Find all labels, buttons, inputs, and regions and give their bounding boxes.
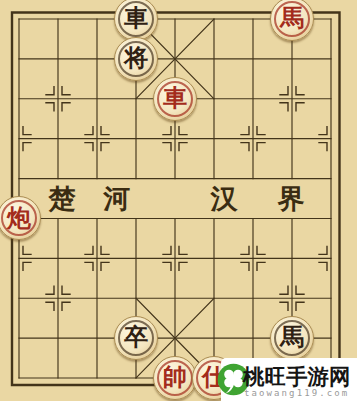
watermark-url: taowang119.com	[244, 388, 349, 398]
piece-character: 卒	[124, 325, 148, 349]
piece-black-soldier[interactable]: 卒	[114, 316, 158, 360]
piece-black-horse[interactable]: 馬	[270, 316, 314, 360]
piece-black-general[interactable]: 将	[114, 37, 158, 81]
watermark-site-name: 桃旺手游网	[243, 362, 351, 391]
xiangqi-board-screenshot: 楚 河 汉 界 車馬将車炮卒馬帥仕 桃旺手游网 taowang119.com	[0, 0, 357, 401]
piece-character: 将	[124, 46, 148, 70]
piece-red-general[interactable]: 帥	[153, 356, 197, 400]
piece-red-chariot[interactable]: 車	[153, 77, 197, 121]
piece-character: 炮	[7, 206, 31, 230]
piece-character: 帥	[163, 365, 187, 389]
piece-character: 車	[124, 6, 148, 30]
piece-red-cannon[interactable]: 炮	[0, 196, 41, 240]
piece-character: 馬	[280, 325, 304, 349]
pieces-grid: 車馬将車炮卒馬帥仕	[0, 0, 351, 398]
watermark-banner: 桃旺手游网 taowang119.com	[221, 358, 357, 401]
piece-character: 車	[163, 86, 187, 110]
piece-black-chariot[interactable]: 車	[114, 0, 158, 41]
piece-red-horse[interactable]: 馬	[270, 0, 314, 41]
piece-character: 馬	[280, 6, 304, 30]
